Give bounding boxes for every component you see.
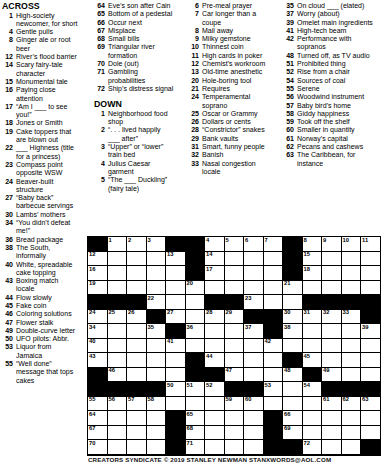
cell-r3c11-black xyxy=(283,266,303,281)
clue-number: 45 xyxy=(2,302,13,310)
cell-r1c11-black xyxy=(283,237,303,252)
cell-r3c2[interactable] xyxy=(108,266,128,281)
cell-r4c9[interactable] xyxy=(244,281,264,296)
cell-r8c4[interactable] xyxy=(147,339,167,354)
cell-number: 11 xyxy=(362,237,368,244)
cell-r2c2[interactable] xyxy=(108,252,128,267)
cell-r2c11-black xyxy=(283,252,303,267)
clue-down-4: 4Julius Caesar garment xyxy=(94,160,174,177)
cell-r7c1[interactable]: 34 xyxy=(88,324,108,339)
clue-text: “The ___ Duckling” (fairy tale) xyxy=(108,176,167,191)
cell-r12c4[interactable]: 58 xyxy=(147,397,167,412)
cell-r4c4[interactable] xyxy=(147,281,167,296)
cell-r10c14[interactable] xyxy=(342,368,362,383)
cell-r11c6[interactable]: 51 xyxy=(186,382,206,397)
cell-r5c15-black xyxy=(361,295,381,310)
clue-number: 10 xyxy=(188,43,199,51)
cell-r12c11[interactable] xyxy=(283,397,303,412)
cell-number: 29 xyxy=(226,309,232,316)
clue-down-32: 32Banish xyxy=(188,151,268,159)
cell-r12c7[interactable] xyxy=(205,397,225,412)
cell-r1c4[interactable]: 3 xyxy=(147,237,167,252)
cell-r14c13[interactable] xyxy=(322,426,342,441)
cell-r12c2[interactable]: 56 xyxy=(108,397,128,412)
cell-number: 62 xyxy=(343,396,349,403)
cell-r15c2[interactable] xyxy=(108,440,128,455)
clue-number: 54 xyxy=(283,77,294,85)
cell-r14c10-black xyxy=(264,426,284,441)
clue-down-1: 1Neighborhood food shop xyxy=(94,110,174,127)
clue-number: 51 xyxy=(283,60,294,68)
cell-r4c2[interactable] xyxy=(108,281,128,296)
cell-r2c12[interactable]: 15 xyxy=(303,252,323,267)
cell-r14c4[interactable] xyxy=(147,426,167,441)
clue-down-60: 60Smaller in quantity xyxy=(283,126,375,134)
cell-r8c8[interactable] xyxy=(225,339,245,354)
cell-r3c1[interactable]: 16 xyxy=(88,266,108,281)
cell-r3c10[interactable] xyxy=(264,266,284,281)
cell-r8c15[interactable] xyxy=(361,339,381,354)
cell-r13c13[interactable] xyxy=(322,411,342,426)
cell-number: 17 xyxy=(206,266,212,273)
clue-text: Jones or Smith xyxy=(16,119,63,126)
cell-r15c6[interactable]: 71 xyxy=(186,440,206,455)
cell-r12c3[interactable]: 57 xyxy=(127,397,147,412)
cell-r13c9[interactable] xyxy=(244,411,264,426)
cell-r5c9[interactable]: 23 xyxy=(244,295,264,310)
clue-number: 4 xyxy=(2,28,13,36)
cell-r1c7[interactable]: 4 xyxy=(205,237,225,252)
clue-text: Norway’s capital xyxy=(297,135,348,142)
cell-r9c15[interactable] xyxy=(361,353,381,368)
clue-across-38: 38The South, informally xyxy=(2,244,78,261)
cell-r6c13[interactable]: 32 xyxy=(322,310,342,325)
clue-number: 42 xyxy=(283,35,294,43)
cell-r5c1-black xyxy=(88,295,108,310)
cell-r5c14-black xyxy=(342,295,362,310)
cell-r11c5[interactable]: 50 xyxy=(166,382,186,397)
clue-text: Temperamental soprano xyxy=(202,93,250,108)
cell-r9c2[interactable] xyxy=(108,353,128,368)
cell-r11c7[interactable]: 52 xyxy=(205,382,225,397)
clue-column-1: ACROSS 1High-society newcomer, for short… xyxy=(2,2,78,385)
cell-r1c13[interactable]: 9 xyxy=(322,237,342,252)
cell-r4c11[interactable]: 21 xyxy=(283,281,303,296)
cell-r14c1[interactable]: 67 xyxy=(88,426,108,441)
cell-number: 37 xyxy=(245,324,251,331)
cell-r9c12[interactable]: 45 xyxy=(303,353,323,368)
cell-r13c3[interactable] xyxy=(127,411,147,426)
clue-down-31: 31Smart, funny people xyxy=(188,143,268,151)
cell-r12c10[interactable] xyxy=(264,397,284,412)
cell-r10c6-black xyxy=(186,368,206,383)
cell-r11c1-black xyxy=(88,382,108,397)
clue-number: 8 xyxy=(2,36,13,44)
cell-r13c2[interactable] xyxy=(108,411,128,426)
cell-r11c3-black xyxy=(127,382,147,397)
clue-across-36: 36Bread package xyxy=(2,236,78,244)
cell-r12c15[interactable]: 63 xyxy=(361,397,381,412)
cell-r4c5[interactable] xyxy=(166,281,186,296)
cell-r7c2[interactable] xyxy=(108,324,128,339)
cell-r12c9[interactable]: 60 xyxy=(244,397,264,412)
cell-r8c13[interactable] xyxy=(322,339,342,354)
cell-r2c7[interactable]: 14 xyxy=(205,252,225,267)
cell-r10c13[interactable]: 49 xyxy=(322,368,342,383)
clue-across-47: 47Flower stalk xyxy=(2,319,78,327)
cell-number: 36 xyxy=(187,324,193,331)
cell-r2c14[interactable] xyxy=(342,252,362,267)
cell-r8c14[interactable] xyxy=(342,339,362,354)
cell-number: 40 xyxy=(89,338,95,345)
clue-text: Flow slowly xyxy=(16,294,52,301)
clue-down-9: 9Milky gemstone xyxy=(188,35,268,43)
clue-number: 17 xyxy=(2,103,13,111)
down-clues-part3: 35On cloud ___ (elated)37Worry (about)39… xyxy=(283,2,375,168)
cell-number: 56 xyxy=(109,396,115,403)
clue-down-12: 12Chemist’s workroom xyxy=(188,60,268,68)
clue-text: Flower stalk xyxy=(16,319,53,326)
cell-number: 32 xyxy=(323,309,329,316)
cell-r6c11[interactable]: 30 xyxy=(283,310,303,325)
cell-r7c7[interactable] xyxy=(205,324,225,339)
cell-r14c8[interactable] xyxy=(225,426,245,441)
cell-r8c2[interactable] xyxy=(108,339,128,354)
cell-r5c4[interactable]: 22 xyxy=(147,295,167,310)
cell-r13c14[interactable] xyxy=(342,411,362,426)
cell-r12c6[interactable] xyxy=(186,397,206,412)
clue-text: Coloring solutions xyxy=(16,310,72,317)
cell-r11c15-black xyxy=(361,382,381,397)
cell-r2c4[interactable] xyxy=(147,252,167,267)
clue-text: Worry (about) xyxy=(297,10,340,17)
cell-r10c9[interactable] xyxy=(244,368,264,383)
cell-r14c12[interactable] xyxy=(303,426,323,441)
cell-r6c12[interactable]: 31 xyxy=(303,310,323,325)
cell-r9c5[interactable] xyxy=(166,353,186,368)
cell-r14c2[interactable] xyxy=(108,426,128,441)
cell-r7c15[interactable]: 39 xyxy=(361,324,381,339)
cell-r15c8[interactable] xyxy=(225,440,245,455)
cell-r3c5[interactable] xyxy=(166,266,186,281)
cell-r9c13[interactable] xyxy=(322,353,342,368)
cell-number: 39 xyxy=(362,324,368,331)
cell-r5c10[interactable] xyxy=(264,295,284,310)
cell-number: 4 xyxy=(206,237,209,244)
cell-r1c6-black xyxy=(186,237,206,252)
cell-number: 35 xyxy=(148,324,154,331)
cell-number: 15 xyxy=(304,251,310,258)
cell-r12c14[interactable]: 62 xyxy=(342,397,362,412)
cell-number: 10 xyxy=(343,237,349,244)
cell-r15c7[interactable] xyxy=(205,440,225,455)
clue-down-8: 8Mail away xyxy=(188,27,268,35)
cell-r6c6[interactable] xyxy=(186,310,206,325)
cell-r10c3[interactable] xyxy=(127,368,147,383)
cell-r4c15[interactable] xyxy=(361,281,381,296)
cell-number: 18 xyxy=(304,266,310,273)
clue-text: Old-time anesthetic xyxy=(202,68,262,75)
cell-r1c10[interactable]: 7 xyxy=(264,237,284,252)
cell-r8c6[interactable] xyxy=(186,339,206,354)
cell-r7c14[interactable] xyxy=(342,324,362,339)
cell-r2c5[interactable]: 13 xyxy=(166,252,186,267)
cell-r10c2[interactable]: 46 xyxy=(108,368,128,383)
cell-r3c3[interactable] xyxy=(127,266,147,281)
cell-r12c5[interactable] xyxy=(166,397,186,412)
cell-r9c3[interactable] xyxy=(127,353,147,368)
clue-across-27: 27“Baby back” barbecue servings xyxy=(2,194,78,211)
cell-r12c12[interactable] xyxy=(303,397,323,412)
cell-r4c3[interactable] xyxy=(127,281,147,296)
cell-r2c10[interactable] xyxy=(264,252,284,267)
cell-number: 61 xyxy=(323,396,329,403)
cell-r10c5[interactable] xyxy=(166,368,186,383)
cell-r6c8[interactable]: 29 xyxy=(225,310,245,325)
cell-r4c6[interactable]: 20 xyxy=(186,281,206,296)
cell-number: 68 xyxy=(187,425,193,432)
clue-number: 49 xyxy=(2,327,13,335)
cell-r13c12[interactable] xyxy=(303,411,323,426)
cell-r4c13[interactable] xyxy=(322,281,342,296)
cell-r14c11[interactable]: 69 xyxy=(283,426,303,441)
cell-r12c13[interactable]: 61 xyxy=(322,397,342,412)
cell-r5c11[interactable] xyxy=(283,295,303,310)
cell-r6c15-black xyxy=(361,310,381,325)
cell-r1c12[interactable]: 8 xyxy=(303,237,323,252)
cell-r1c15[interactable]: 11 xyxy=(361,237,381,252)
clue-number: 40 xyxy=(2,261,13,269)
cell-r4c14[interactable] xyxy=(342,281,362,296)
cell-r15c12[interactable]: 72 xyxy=(303,440,323,455)
cell-number: 55 xyxy=(89,396,95,403)
cell-r3c14[interactable] xyxy=(342,266,362,281)
cell-r9c10[interactable] xyxy=(264,353,284,368)
cell-r7c13[interactable] xyxy=(322,324,342,339)
cell-r15c11-black xyxy=(283,440,303,455)
cell-r3c13[interactable] xyxy=(322,266,342,281)
cell-r13c4[interactable] xyxy=(147,411,167,426)
cell-r4c7[interactable] xyxy=(205,281,225,296)
cell-r3c4[interactable] xyxy=(147,266,167,281)
cell-number: 25 xyxy=(109,309,115,316)
cell-r8c5[interactable]: 41 xyxy=(166,339,186,354)
cell-r14c14[interactable] xyxy=(342,426,362,441)
clue-number: 50 xyxy=(2,335,13,343)
clue-text: Beaver-built structure xyxy=(16,178,53,193)
cell-r13c1[interactable]: 64 xyxy=(88,411,108,426)
cell-r12c1[interactable]: 55 xyxy=(88,397,108,412)
clue-across-70: 70Dole (out) xyxy=(94,60,174,68)
cell-r9c7[interactable]: 44 xyxy=(205,353,225,368)
cell-r14c3[interactable] xyxy=(127,426,147,441)
cell-number: 31 xyxy=(304,309,310,316)
clue-down-10: 10Thinnest coin xyxy=(188,43,268,51)
cell-r14c7[interactable] xyxy=(205,426,225,441)
cell-r7c8[interactable] xyxy=(225,324,245,339)
cell-r3c7[interactable]: 17 xyxy=(205,266,225,281)
clue-number: 5 xyxy=(94,176,105,184)
cell-r10c8[interactable]: 47 xyxy=(225,368,245,383)
clue-down-11: 11High cards in poker xyxy=(188,52,268,60)
clue-text: Pecans and cashews xyxy=(297,143,363,150)
cell-r2c8[interactable] xyxy=(225,252,245,267)
cell-r2c9[interactable] xyxy=(244,252,264,267)
clue-across-68: 68Small bills xyxy=(94,35,174,43)
cell-r15c1[interactable]: 70 xyxy=(88,440,108,455)
cell-r1c1-black xyxy=(88,237,108,252)
cell-r4c8[interactable] xyxy=(225,281,245,296)
cell-r11c11[interactable] xyxy=(283,382,303,397)
down-header: DOWN xyxy=(94,100,174,110)
cell-r2c3[interactable] xyxy=(127,252,147,267)
cell-number: 65 xyxy=(187,411,193,418)
cell-r4c12[interactable] xyxy=(303,281,323,296)
clue-text: Fake coin xyxy=(16,302,46,309)
cell-number: 70 xyxy=(89,440,95,447)
cell-r7c12[interactable] xyxy=(303,324,323,339)
cell-r10c11[interactable]: 48 xyxy=(283,368,303,383)
cell-r1c8[interactable]: 5 xyxy=(225,237,245,252)
cell-r9c9[interactable] xyxy=(244,353,264,368)
cell-r15c9[interactable] xyxy=(244,440,264,455)
cell-r14c6[interactable]: 68 xyxy=(186,426,206,441)
clue-number: 61 xyxy=(283,135,294,143)
cell-r10c15[interactable] xyxy=(361,368,381,383)
cell-r3c8[interactable] xyxy=(225,266,245,281)
cell-number: 64 xyxy=(89,411,95,418)
cell-r9c1[interactable]: 43 xyxy=(88,353,108,368)
cell-r10c10[interactable] xyxy=(264,368,284,383)
cell-r11c12[interactable]: 54 xyxy=(303,382,323,397)
cell-r13c6[interactable]: 65 xyxy=(186,411,206,426)
clue-number: 22 xyxy=(2,144,13,152)
cell-r1c2[interactable]: 1 xyxy=(108,237,128,252)
cell-r1c3[interactable]: 2 xyxy=(127,237,147,252)
clue-number: 1 xyxy=(2,12,13,20)
cell-r6c1[interactable]: 24 xyxy=(88,310,108,325)
cell-r1c9[interactable]: 6 xyxy=(244,237,264,252)
cell-r11c4-black xyxy=(147,382,167,397)
clue-number: 30 xyxy=(2,211,13,219)
clue-text: Boxing match locale xyxy=(16,277,58,292)
cell-r13c7[interactable] xyxy=(205,411,225,426)
clue-number: 23 xyxy=(2,161,13,169)
clue-down-48: 48Turned off, as TV audio xyxy=(283,52,375,60)
cell-r10c4[interactable] xyxy=(147,368,167,383)
cell-r3c15[interactable] xyxy=(361,266,381,281)
cell-r6c5[interactable]: 27 xyxy=(166,310,186,325)
clue-down-24: 24Temperamental soprano xyxy=(188,93,268,110)
cell-r15c13[interactable] xyxy=(322,440,342,455)
clue-across-1: 1High-society newcomer, for short xyxy=(2,12,78,29)
cell-r2c15[interactable] xyxy=(361,252,381,267)
cell-r7c11[interactable]: 38 xyxy=(283,324,303,339)
cell-r11c10[interactable]: 53 xyxy=(264,382,284,397)
cell-r13c15[interactable] xyxy=(361,411,381,426)
cell-r11c13-black xyxy=(322,382,342,397)
cell-r13c8[interactable] xyxy=(225,411,245,426)
cell-r7c4[interactable]: 35 xyxy=(147,324,167,339)
cell-r9c4[interactable] xyxy=(147,353,167,368)
cell-r9c14[interactable] xyxy=(342,353,362,368)
cell-r14c15[interactable] xyxy=(361,426,381,441)
cell-r8c11[interactable] xyxy=(283,339,303,354)
clue-down-37: 37Worry (about) xyxy=(283,10,375,18)
cell-r15c14[interactable] xyxy=(342,440,362,455)
cell-r3c9[interactable] xyxy=(244,266,264,281)
clue-text: Mail away xyxy=(202,27,233,34)
clue-number: 55 xyxy=(283,85,294,93)
cell-r4c10[interactable] xyxy=(264,281,284,296)
clue-number: 56 xyxy=(283,93,294,101)
clue-number: 12 xyxy=(188,60,199,68)
clue-text: High-tech beam xyxy=(297,27,346,34)
cell-r12c8[interactable]: 59 xyxy=(225,397,245,412)
cell-r8c12[interactable] xyxy=(303,339,323,354)
cell-r6c10-black xyxy=(264,310,284,325)
cell-r8c10[interactable]: 42 xyxy=(264,339,284,354)
clue-text: “You didn’t defeat me!” xyxy=(16,219,70,234)
cell-r7c9[interactable]: 37 xyxy=(244,324,264,339)
clue-down-13: 13Old-time anesthetic xyxy=(188,68,268,76)
cell-r7c3[interactable] xyxy=(127,324,147,339)
clue-text: Took off the shelf xyxy=(297,118,350,125)
clue-number: 39 xyxy=(283,19,294,27)
clue-number: 63 xyxy=(283,151,294,159)
cell-r13c11[interactable]: 66 xyxy=(283,411,303,426)
clue-across-22: 22___ Highness (title for a princess) xyxy=(2,144,78,161)
cell-r3c12[interactable]: 18 xyxy=(303,266,323,281)
clue-text: Prohibited thing xyxy=(297,60,346,67)
cell-r6c3[interactable]: 26 xyxy=(127,310,147,325)
cell-r9c8[interactable] xyxy=(225,353,245,368)
cell-r6c2[interactable]: 25 xyxy=(108,310,128,325)
cell-r6c14[interactable]: 33 xyxy=(342,310,362,325)
clue-number: 32 xyxy=(188,151,199,159)
cell-r5c5[interactable] xyxy=(166,295,186,310)
cell-number: 20 xyxy=(187,280,193,287)
clue-text: Ginger ale or root beer xyxy=(16,36,70,51)
clue-across-8: 8Ginger ale or root beer xyxy=(2,36,78,53)
cell-r14c9[interactable] xyxy=(244,426,264,441)
clue-text: High cards in poker xyxy=(202,52,262,59)
clue-text: Sources of coal xyxy=(297,77,345,84)
clue-number: 48 xyxy=(283,52,294,60)
clue-text: ___ Highness (title for a princess) xyxy=(16,144,74,159)
cell-r2c1[interactable]: 12 xyxy=(88,252,108,267)
cell-r6c7[interactable]: 28 xyxy=(205,310,225,325)
cell-r4c1[interactable]: 19 xyxy=(88,281,108,296)
cell-r7c6[interactable]: 36 xyxy=(186,324,206,339)
cell-number: 43 xyxy=(89,353,95,360)
cell-r1c14[interactable]: 10 xyxy=(342,237,362,252)
cell-r8c1[interactable]: 40 xyxy=(88,339,108,354)
cell-r11c14-black xyxy=(342,382,362,397)
cell-r5c6[interactable] xyxy=(186,295,206,310)
clue-number: 69 xyxy=(94,43,105,51)
cell-r8c7[interactable] xyxy=(205,339,225,354)
clue-across-34: 34“You didn’t defeat me!” xyxy=(2,219,78,236)
cell-r8c9[interactable] xyxy=(244,339,264,354)
clue-text: Smart, funny people xyxy=(202,143,265,150)
cell-r8c3[interactable] xyxy=(127,339,147,354)
cell-number: 27 xyxy=(167,309,173,316)
cell-r2c13[interactable] xyxy=(322,252,342,267)
clue-text: Lambs’ mothers xyxy=(16,211,66,218)
cell-r15c3[interactable] xyxy=(127,440,147,455)
cell-r15c4[interactable] xyxy=(147,440,167,455)
